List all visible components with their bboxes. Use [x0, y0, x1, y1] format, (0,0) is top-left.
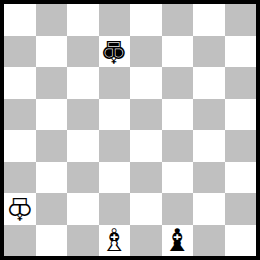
square-g8[interactable]: [193, 4, 225, 36]
square-f4[interactable]: [162, 130, 194, 162]
square-b2[interactable]: [36, 193, 68, 225]
square-g1[interactable]: [193, 225, 225, 257]
square-f8[interactable]: [162, 4, 194, 36]
square-h4[interactable]: [225, 130, 257, 162]
square-b3[interactable]: [36, 162, 68, 194]
square-f3[interactable]: [162, 162, 194, 194]
chessboard: ♚♔♗♝: [0, 0, 260, 260]
square-g7[interactable]: [193, 36, 225, 68]
square-c6[interactable]: [67, 67, 99, 99]
square-c3[interactable]: [67, 162, 99, 194]
square-h5[interactable]: [225, 99, 257, 131]
square-b6[interactable]: [36, 67, 68, 99]
square-g2[interactable]: [193, 193, 225, 225]
square-f7[interactable]: [162, 36, 194, 68]
square-f5[interactable]: [162, 99, 194, 131]
square-a1[interactable]: [4, 225, 36, 257]
square-b4[interactable]: [36, 130, 68, 162]
square-b7[interactable]: [36, 36, 68, 68]
square-a5[interactable]: [4, 99, 36, 131]
square-f1[interactable]: ♝: [162, 225, 194, 257]
square-e1[interactable]: [130, 225, 162, 257]
square-b1[interactable]: [36, 225, 68, 257]
square-d3[interactable]: [99, 162, 131, 194]
square-b5[interactable]: [36, 99, 68, 131]
piece-white-bishop-d1[interactable]: ♗: [100, 225, 128, 256]
square-g3[interactable]: [193, 162, 225, 194]
piece-black-bishop-f1[interactable]: ♝: [163, 225, 191, 256]
square-a4[interactable]: [4, 130, 36, 162]
square-g4[interactable]: [193, 130, 225, 162]
square-h6[interactable]: [225, 67, 257, 99]
square-d6[interactable]: [99, 67, 131, 99]
square-c2[interactable]: [67, 193, 99, 225]
square-e5[interactable]: [130, 99, 162, 131]
square-h2[interactable]: [225, 193, 257, 225]
square-c1[interactable]: [67, 225, 99, 257]
square-d2[interactable]: [99, 193, 131, 225]
square-c7[interactable]: [67, 36, 99, 68]
square-a6[interactable]: [4, 67, 36, 99]
square-c8[interactable]: [67, 4, 99, 36]
square-a8[interactable]: [4, 4, 36, 36]
square-f6[interactable]: [162, 67, 194, 99]
square-h7[interactable]: [225, 36, 257, 68]
square-f2[interactable]: [162, 193, 194, 225]
piece-black-king-inverted-d7[interactable]: ♚: [100, 36, 128, 67]
square-e4[interactable]: [130, 130, 162, 162]
square-d7[interactable]: ♚: [99, 36, 131, 68]
square-h3[interactable]: [225, 162, 257, 194]
square-d5[interactable]: [99, 99, 131, 131]
square-c4[interactable]: [67, 130, 99, 162]
square-d8[interactable]: [99, 4, 131, 36]
square-e7[interactable]: [130, 36, 162, 68]
square-d1[interactable]: ♗: [99, 225, 131, 257]
square-c5[interactable]: [67, 99, 99, 131]
square-e3[interactable]: [130, 162, 162, 194]
square-h1[interactable]: [225, 225, 257, 257]
square-g6[interactable]: [193, 67, 225, 99]
square-a3[interactable]: [4, 162, 36, 194]
square-h8[interactable]: [225, 4, 257, 36]
square-a2[interactable]: ♔: [4, 193, 36, 225]
square-e8[interactable]: [130, 4, 162, 36]
square-e6[interactable]: [130, 67, 162, 99]
square-g5[interactable]: [193, 99, 225, 131]
square-d4[interactable]: [99, 130, 131, 162]
square-b8[interactable]: [36, 4, 68, 36]
square-e2[interactable]: [130, 193, 162, 225]
square-a7[interactable]: [4, 36, 36, 68]
piece-white-king-inverted-a2[interactable]: ♔: [6, 193, 34, 224]
